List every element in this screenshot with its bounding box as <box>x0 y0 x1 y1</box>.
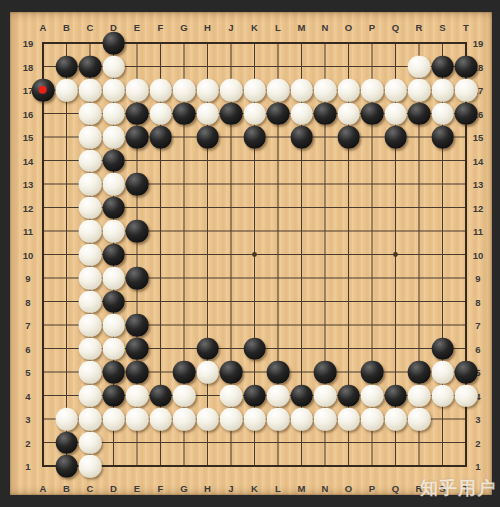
intersection-K3[interactable] <box>243 407 267 431</box>
intersection-S9[interactable] <box>431 266 455 290</box>
intersection-J7[interactable] <box>219 313 243 337</box>
intersection-P6[interactable] <box>360 337 384 361</box>
intersection-D13[interactable] <box>102 172 126 196</box>
intersection-A13[interactable] <box>31 172 55 196</box>
intersection-L4[interactable] <box>266 384 290 408</box>
intersection-O19[interactable] <box>337 31 361 55</box>
intersection-D16[interactable] <box>102 102 126 126</box>
intersection-B13[interactable] <box>55 172 79 196</box>
intersection-N18[interactable] <box>313 55 337 79</box>
intersection-N17[interactable] <box>313 78 337 102</box>
intersection-N4[interactable] <box>313 384 337 408</box>
intersection-G6[interactable] <box>172 337 196 361</box>
intersection-J6[interactable] <box>219 337 243 361</box>
intersection-R10[interactable] <box>407 243 431 267</box>
intersection-T5[interactable] <box>454 360 478 384</box>
intersection-F19[interactable] <box>149 31 173 55</box>
intersection-G15[interactable] <box>172 125 196 149</box>
intersection-R1[interactable] <box>407 454 431 478</box>
intersection-F1[interactable] <box>149 454 173 478</box>
intersection-H10[interactable] <box>196 243 220 267</box>
intersection-H2[interactable] <box>196 431 220 455</box>
intersection-S2[interactable] <box>431 431 455 455</box>
intersection-P4[interactable] <box>360 384 384 408</box>
intersection-D7[interactable] <box>102 313 126 337</box>
intersection-E5[interactable] <box>125 360 149 384</box>
intersection-F13[interactable] <box>149 172 173 196</box>
intersection-H8[interactable] <box>196 290 220 314</box>
intersection-E1[interactable] <box>125 454 149 478</box>
intersection-P13[interactable] <box>360 172 384 196</box>
intersection-J17[interactable] <box>219 78 243 102</box>
intersection-T12[interactable] <box>454 196 478 220</box>
intersection-R2[interactable] <box>407 431 431 455</box>
intersection-B15[interactable] <box>55 125 79 149</box>
intersection-M12[interactable] <box>290 196 314 220</box>
intersection-F3[interactable] <box>149 407 173 431</box>
intersection-N6[interactable] <box>313 337 337 361</box>
intersection-K10[interactable] <box>243 243 267 267</box>
intersection-S8[interactable] <box>431 290 455 314</box>
intersection-M14[interactable] <box>290 149 314 173</box>
intersection-L5[interactable] <box>266 360 290 384</box>
intersection-G4[interactable] <box>172 384 196 408</box>
intersection-T14[interactable] <box>454 149 478 173</box>
intersection-C7[interactable] <box>78 313 102 337</box>
intersection-G11[interactable] <box>172 219 196 243</box>
intersection-O14[interactable] <box>337 149 361 173</box>
intersection-H16[interactable] <box>196 102 220 126</box>
intersection-L8[interactable] <box>266 290 290 314</box>
intersection-Q12[interactable] <box>384 196 408 220</box>
intersection-C14[interactable] <box>78 149 102 173</box>
intersection-S1[interactable] <box>431 454 455 478</box>
intersection-Q17[interactable] <box>384 78 408 102</box>
intersection-O17[interactable] <box>337 78 361 102</box>
intersection-Q15[interactable] <box>384 125 408 149</box>
intersection-E2[interactable] <box>125 431 149 455</box>
intersection-S4[interactable] <box>431 384 455 408</box>
intersection-K17[interactable] <box>243 78 267 102</box>
intersection-E12[interactable] <box>125 196 149 220</box>
intersection-M16[interactable] <box>290 102 314 126</box>
intersection-K14[interactable] <box>243 149 267 173</box>
intersection-D4[interactable] <box>102 384 126 408</box>
intersection-N15[interactable] <box>313 125 337 149</box>
intersection-C10[interactable] <box>78 243 102 267</box>
intersection-P15[interactable] <box>360 125 384 149</box>
intersection-H9[interactable] <box>196 266 220 290</box>
intersection-O12[interactable] <box>337 196 361 220</box>
intersection-S3[interactable] <box>431 407 455 431</box>
intersection-A15[interactable] <box>31 125 55 149</box>
intersection-P16[interactable] <box>360 102 384 126</box>
intersection-S12[interactable] <box>431 196 455 220</box>
intersection-E6[interactable] <box>125 337 149 361</box>
intersection-J11[interactable] <box>219 219 243 243</box>
intersection-S15[interactable] <box>431 125 455 149</box>
intersection-O3[interactable] <box>337 407 361 431</box>
intersection-S10[interactable] <box>431 243 455 267</box>
intersection-P19[interactable] <box>360 31 384 55</box>
intersection-F18[interactable] <box>149 55 173 79</box>
intersection-D19[interactable] <box>102 31 126 55</box>
intersection-J13[interactable] <box>219 172 243 196</box>
intersection-M18[interactable] <box>290 55 314 79</box>
intersection-P11[interactable] <box>360 219 384 243</box>
intersection-N3[interactable] <box>313 407 337 431</box>
intersection-F2[interactable] <box>149 431 173 455</box>
intersection-C18[interactable] <box>78 55 102 79</box>
intersection-S11[interactable] <box>431 219 455 243</box>
intersection-M15[interactable] <box>290 125 314 149</box>
intersection-K16[interactable] <box>243 102 267 126</box>
intersection-H19[interactable] <box>196 31 220 55</box>
intersection-T7[interactable] <box>454 313 478 337</box>
intersection-O11[interactable] <box>337 219 361 243</box>
intersection-P7[interactable] <box>360 313 384 337</box>
intersection-K5[interactable] <box>243 360 267 384</box>
intersection-O5[interactable] <box>337 360 361 384</box>
intersection-T6[interactable] <box>454 337 478 361</box>
intersection-N19[interactable] <box>313 31 337 55</box>
intersection-L6[interactable] <box>266 337 290 361</box>
intersection-A18[interactable] <box>31 55 55 79</box>
intersection-M5[interactable] <box>290 360 314 384</box>
intersection-N14[interactable] <box>313 149 337 173</box>
intersection-O9[interactable] <box>337 266 361 290</box>
intersection-P1[interactable] <box>360 454 384 478</box>
intersection-O18[interactable] <box>337 55 361 79</box>
intersection-D9[interactable] <box>102 266 126 290</box>
intersection-F10[interactable] <box>149 243 173 267</box>
intersection-T2[interactable] <box>454 431 478 455</box>
intersection-S14[interactable] <box>431 149 455 173</box>
intersection-A3[interactable] <box>31 407 55 431</box>
intersection-J3[interactable] <box>219 407 243 431</box>
intersection-D6[interactable] <box>102 337 126 361</box>
intersection-J12[interactable] <box>219 196 243 220</box>
intersection-L17[interactable] <box>266 78 290 102</box>
intersection-J4[interactable] <box>219 384 243 408</box>
intersection-S13[interactable] <box>431 172 455 196</box>
intersection-J2[interactable] <box>219 431 243 455</box>
intersection-F5[interactable] <box>149 360 173 384</box>
intersection-R19[interactable] <box>407 31 431 55</box>
intersection-L13[interactable] <box>266 172 290 196</box>
intersection-G14[interactable] <box>172 149 196 173</box>
intersection-N2[interactable] <box>313 431 337 455</box>
intersection-F9[interactable] <box>149 266 173 290</box>
intersection-T18[interactable] <box>454 55 478 79</box>
intersection-T1[interactable] <box>454 454 478 478</box>
intersection-G18[interactable] <box>172 55 196 79</box>
intersection-J5[interactable] <box>219 360 243 384</box>
intersection-T13[interactable] <box>454 172 478 196</box>
intersection-H1[interactable] <box>196 454 220 478</box>
intersection-F6[interactable] <box>149 337 173 361</box>
intersection-L19[interactable] <box>266 31 290 55</box>
intersection-H7[interactable] <box>196 313 220 337</box>
intersection-D5[interactable] <box>102 360 126 384</box>
intersection-A9[interactable] <box>31 266 55 290</box>
intersection-R12[interactable] <box>407 196 431 220</box>
intersection-T19[interactable] <box>454 31 478 55</box>
intersection-B10[interactable] <box>55 243 79 267</box>
intersection-B14[interactable] <box>55 149 79 173</box>
intersection-P5[interactable] <box>360 360 384 384</box>
intersection-J14[interactable] <box>219 149 243 173</box>
intersection-M9[interactable] <box>290 266 314 290</box>
intersection-A17[interactable] <box>31 78 55 102</box>
intersection-C4[interactable] <box>78 384 102 408</box>
intersection-T9[interactable] <box>454 266 478 290</box>
intersection-A8[interactable] <box>31 290 55 314</box>
intersection-N11[interactable] <box>313 219 337 243</box>
intersection-S16[interactable] <box>431 102 455 126</box>
intersection-A1[interactable] <box>31 454 55 478</box>
intersection-N8[interactable] <box>313 290 337 314</box>
intersection-F7[interactable] <box>149 313 173 337</box>
intersection-B8[interactable] <box>55 290 79 314</box>
intersection-Q8[interactable] <box>384 290 408 314</box>
intersection-S19[interactable] <box>431 31 455 55</box>
intersection-C9[interactable] <box>78 266 102 290</box>
intersection-A10[interactable] <box>31 243 55 267</box>
intersection-M17[interactable] <box>290 78 314 102</box>
intersection-Q11[interactable] <box>384 219 408 243</box>
intersection-S17[interactable] <box>431 78 455 102</box>
intersection-B1[interactable] <box>55 454 79 478</box>
intersection-D8[interactable] <box>102 290 126 314</box>
intersection-L1[interactable] <box>266 454 290 478</box>
intersection-T10[interactable] <box>454 243 478 267</box>
intersection-S18[interactable] <box>431 55 455 79</box>
intersection-B19[interactable] <box>55 31 79 55</box>
intersection-N12[interactable] <box>313 196 337 220</box>
intersection-R8[interactable] <box>407 290 431 314</box>
intersection-N13[interactable] <box>313 172 337 196</box>
intersection-G9[interactable] <box>172 266 196 290</box>
intersection-C16[interactable] <box>78 102 102 126</box>
intersection-H13[interactable] <box>196 172 220 196</box>
intersection-M2[interactable] <box>290 431 314 455</box>
intersection-K2[interactable] <box>243 431 267 455</box>
intersection-M6[interactable] <box>290 337 314 361</box>
intersection-A6[interactable] <box>31 337 55 361</box>
intersection-B16[interactable] <box>55 102 79 126</box>
intersection-C6[interactable] <box>78 337 102 361</box>
intersection-C15[interactable] <box>78 125 102 149</box>
intersection-F17[interactable] <box>149 78 173 102</box>
intersection-G7[interactable] <box>172 313 196 337</box>
intersection-B7[interactable] <box>55 313 79 337</box>
intersection-D18[interactable] <box>102 55 126 79</box>
intersection-G19[interactable] <box>172 31 196 55</box>
intersection-P10[interactable] <box>360 243 384 267</box>
intersection-H3[interactable] <box>196 407 220 431</box>
intersection-Q5[interactable] <box>384 360 408 384</box>
intersection-Q2[interactable] <box>384 431 408 455</box>
intersection-S5[interactable] <box>431 360 455 384</box>
intersection-C11[interactable] <box>78 219 102 243</box>
intersection-J10[interactable] <box>219 243 243 267</box>
intersection-T8[interactable] <box>454 290 478 314</box>
intersection-M8[interactable] <box>290 290 314 314</box>
intersection-K12[interactable] <box>243 196 267 220</box>
intersection-J19[interactable] <box>219 31 243 55</box>
intersection-R5[interactable] <box>407 360 431 384</box>
intersection-C13[interactable] <box>78 172 102 196</box>
intersection-T4[interactable] <box>454 384 478 408</box>
intersection-M7[interactable] <box>290 313 314 337</box>
intersection-J8[interactable] <box>219 290 243 314</box>
intersection-J9[interactable] <box>219 266 243 290</box>
intersection-P14[interactable] <box>360 149 384 173</box>
intersection-M19[interactable] <box>290 31 314 55</box>
intersection-N16[interactable] <box>313 102 337 126</box>
intersection-Q16[interactable] <box>384 102 408 126</box>
intersection-O15[interactable] <box>337 125 361 149</box>
intersection-H12[interactable] <box>196 196 220 220</box>
intersection-E17[interactable] <box>125 78 149 102</box>
intersection-B18[interactable] <box>55 55 79 79</box>
intersection-T17[interactable] <box>454 78 478 102</box>
intersection-L11[interactable] <box>266 219 290 243</box>
intersection-L16[interactable] <box>266 102 290 126</box>
intersection-D15[interactable] <box>102 125 126 149</box>
intersection-F14[interactable] <box>149 149 173 173</box>
intersection-R15[interactable] <box>407 125 431 149</box>
intersection-H15[interactable] <box>196 125 220 149</box>
intersection-J18[interactable] <box>219 55 243 79</box>
intersection-M13[interactable] <box>290 172 314 196</box>
intersection-K13[interactable] <box>243 172 267 196</box>
intersection-B2[interactable] <box>55 431 79 455</box>
intersection-E3[interactable] <box>125 407 149 431</box>
intersection-K6[interactable] <box>243 337 267 361</box>
intersection-R13[interactable] <box>407 172 431 196</box>
intersection-Q10[interactable] <box>384 243 408 267</box>
intersection-L18[interactable] <box>266 55 290 79</box>
intersection-L2[interactable] <box>266 431 290 455</box>
intersection-K1[interactable] <box>243 454 267 478</box>
intersection-A2[interactable] <box>31 431 55 455</box>
intersection-L15[interactable] <box>266 125 290 149</box>
intersection-C3[interactable] <box>78 407 102 431</box>
intersection-R9[interactable] <box>407 266 431 290</box>
intersection-F15[interactable] <box>149 125 173 149</box>
intersection-N9[interactable] <box>313 266 337 290</box>
intersection-K15[interactable] <box>243 125 267 149</box>
intersection-G8[interactable] <box>172 290 196 314</box>
intersection-B3[interactable] <box>55 407 79 431</box>
intersection-G16[interactable] <box>172 102 196 126</box>
intersection-N1[interactable] <box>313 454 337 478</box>
intersection-O7[interactable] <box>337 313 361 337</box>
intersection-A5[interactable] <box>31 360 55 384</box>
intersection-B12[interactable] <box>55 196 79 220</box>
intersection-E7[interactable] <box>125 313 149 337</box>
intersection-Q7[interactable] <box>384 313 408 337</box>
intersection-R14[interactable] <box>407 149 431 173</box>
intersection-Q9[interactable] <box>384 266 408 290</box>
intersection-D11[interactable] <box>102 219 126 243</box>
intersection-H6[interactable] <box>196 337 220 361</box>
intersection-Q6[interactable] <box>384 337 408 361</box>
intersection-B17[interactable] <box>55 78 79 102</box>
intersection-M11[interactable] <box>290 219 314 243</box>
intersection-E14[interactable] <box>125 149 149 173</box>
intersection-Q4[interactable] <box>384 384 408 408</box>
intersection-H14[interactable] <box>196 149 220 173</box>
intersection-K8[interactable] <box>243 290 267 314</box>
intersection-D1[interactable] <box>102 454 126 478</box>
intersection-R7[interactable] <box>407 313 431 337</box>
intersection-N7[interactable] <box>313 313 337 337</box>
intersection-H17[interactable] <box>196 78 220 102</box>
intersection-D3[interactable] <box>102 407 126 431</box>
intersection-P2[interactable] <box>360 431 384 455</box>
intersection-G5[interactable] <box>172 360 196 384</box>
intersection-E4[interactable] <box>125 384 149 408</box>
intersection-M10[interactable] <box>290 243 314 267</box>
intersection-E16[interactable] <box>125 102 149 126</box>
intersection-B6[interactable] <box>55 337 79 361</box>
intersection-Q3[interactable] <box>384 407 408 431</box>
intersection-R11[interactable] <box>407 219 431 243</box>
intersection-L9[interactable] <box>266 266 290 290</box>
intersection-A12[interactable] <box>31 196 55 220</box>
intersection-D12[interactable] <box>102 196 126 220</box>
intersection-T3[interactable] <box>454 407 478 431</box>
intersection-N5[interactable] <box>313 360 337 384</box>
intersection-E9[interactable] <box>125 266 149 290</box>
intersection-G17[interactable] <box>172 78 196 102</box>
intersection-G3[interactable] <box>172 407 196 431</box>
intersection-A16[interactable] <box>31 102 55 126</box>
intersection-D14[interactable] <box>102 149 126 173</box>
intersection-O6[interactable] <box>337 337 361 361</box>
intersection-C19[interactable] <box>78 31 102 55</box>
intersection-C12[interactable] <box>78 196 102 220</box>
intersection-T16[interactable] <box>454 102 478 126</box>
intersection-G2[interactable] <box>172 431 196 455</box>
intersection-P18[interactable] <box>360 55 384 79</box>
intersection-S6[interactable] <box>431 337 455 361</box>
intersection-L14[interactable] <box>266 149 290 173</box>
intersection-O4[interactable] <box>337 384 361 408</box>
intersection-R16[interactable] <box>407 102 431 126</box>
intersection-O13[interactable] <box>337 172 361 196</box>
intersection-P17[interactable] <box>360 78 384 102</box>
intersection-G12[interactable] <box>172 196 196 220</box>
intersection-S7[interactable] <box>431 313 455 337</box>
intersection-G1[interactable] <box>172 454 196 478</box>
intersection-Q18[interactable] <box>384 55 408 79</box>
intersection-K4[interactable] <box>243 384 267 408</box>
intersection-O10[interactable] <box>337 243 361 267</box>
intersection-H11[interactable] <box>196 219 220 243</box>
intersection-A14[interactable] <box>31 149 55 173</box>
intersection-C2[interactable] <box>78 431 102 455</box>
intersection-M1[interactable] <box>290 454 314 478</box>
intersection-K11[interactable] <box>243 219 267 243</box>
intersection-G13[interactable] <box>172 172 196 196</box>
intersection-N10[interactable] <box>313 243 337 267</box>
intersection-G10[interactable] <box>172 243 196 267</box>
intersection-K7[interactable] <box>243 313 267 337</box>
